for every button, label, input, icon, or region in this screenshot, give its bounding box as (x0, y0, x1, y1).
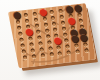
hole-recess (51, 16, 56, 20)
hole-recess (78, 19, 83, 23)
hole-recess (24, 13, 29, 17)
hole-recess (22, 49, 27, 53)
hole-recess (74, 43, 79, 47)
hole-grid: ●●●●●●●●●●● (12, 6, 91, 61)
hole-recess (44, 29, 49, 33)
hole-recess (60, 15, 65, 19)
hole-recess (39, 47, 44, 51)
hole-recess (61, 21, 66, 25)
hole-recess (16, 20, 21, 24)
hole-recess (64, 38, 69, 42)
hole-recess (48, 46, 53, 50)
hole-recess (32, 54, 37, 58)
hole-recess (21, 43, 26, 47)
hole-recess (33, 18, 38, 22)
hole-recess (63, 32, 68, 36)
hole-recess (49, 52, 54, 56)
hole-recess (53, 28, 58, 32)
hole-recess (40, 53, 45, 57)
hole-recess (66, 50, 71, 54)
hole-recess (43, 23, 48, 27)
hole-recess (29, 42, 34, 46)
hole-recess (65, 44, 70, 48)
hole-recess (46, 34, 51, 38)
hole-recess (32, 12, 37, 16)
hole-recess (38, 41, 43, 45)
hole-recess (18, 32, 23, 36)
hole-recess (62, 27, 67, 31)
hole-recess (83, 42, 88, 46)
hole-recess (77, 13, 82, 17)
hole-recess (58, 51, 63, 55)
hole-recess (20, 37, 25, 41)
hole-recess (36, 30, 41, 34)
hole-recess (17, 26, 22, 30)
hole-recess (23, 55, 28, 59)
board-hole[interactable] (81, 47, 91, 54)
hole-recess (50, 10, 55, 14)
hole-recess (30, 48, 35, 52)
hole-recess (47, 40, 52, 44)
game-board: ●●●●●●●●●●● (8, 3, 96, 68)
hole-recess (75, 49, 80, 53)
hole-recess (28, 36, 33, 40)
board-photo-scene: ●●●●●●●●●●● (0, 0, 100, 80)
hole-recess (58, 9, 63, 13)
hole-recess (35, 24, 40, 28)
hole-recess (84, 48, 89, 52)
hole-recess (42, 17, 47, 21)
hole-recess (37, 35, 42, 39)
hole-recess (25, 19, 30, 23)
hole-recess (52, 22, 57, 26)
hole-recess (57, 45, 62, 49)
